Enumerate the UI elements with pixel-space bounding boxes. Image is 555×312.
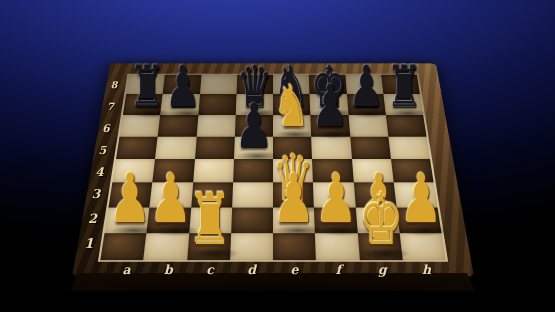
- piece-black-rook-h7[interactable]: ♜: [386, 58, 422, 115]
- square-d3[interactable]: [231, 183, 272, 208]
- square-g5[interactable]: [349, 137, 390, 160]
- chess-app-screen: 12345678abcdefgh ♜♟♛♞♚♟♜♞♟♟♛♟♟♟♟♟♟♜♚: [0, 0, 555, 312]
- square-h5[interactable]: [388, 137, 430, 160]
- board-ground-shadow: [60, 282, 495, 304]
- piece-white-pawn-e2[interactable]: ♟: [272, 164, 315, 232]
- piece-white-knight-e6[interactable]: ♞: [273, 78, 310, 136]
- square-d1[interactable]: [229, 233, 272, 260]
- piece-black-pawn-g7[interactable]: ♟: [349, 58, 385, 115]
- square-c7[interactable]: [197, 95, 235, 116]
- piece-white-pawn-a2[interactable]: ♟: [109, 164, 152, 232]
- piece-white-pawn-b2[interactable]: ♟: [149, 164, 192, 232]
- piece-black-pawn-b7[interactable]: ♟: [165, 58, 201, 115]
- square-c8[interactable]: [199, 75, 237, 95]
- square-d2[interactable]: [230, 208, 272, 234]
- square-c5[interactable]: [194, 137, 234, 160]
- piece-black-pawn-f6[interactable]: ♟: [312, 78, 349, 136]
- square-d4[interactable]: [232, 159, 272, 183]
- square-a5[interactable]: [116, 137, 158, 160]
- piece-black-rook-a7[interactable]: ♜: [129, 58, 165, 115]
- piece-black-pawn-d5[interactable]: ♟: [234, 96, 273, 157]
- piece-white-pawn-f2[interactable]: ♟: [315, 164, 358, 232]
- piece-white-king-g1[interactable]: ♚: [359, 184, 404, 255]
- square-b5[interactable]: [155, 137, 196, 160]
- piece-white-pawn-h2[interactable]: ♟: [400, 164, 443, 232]
- square-c6[interactable]: [196, 115, 235, 137]
- piece-white-rook-c1[interactable]: ♜: [187, 184, 232, 255]
